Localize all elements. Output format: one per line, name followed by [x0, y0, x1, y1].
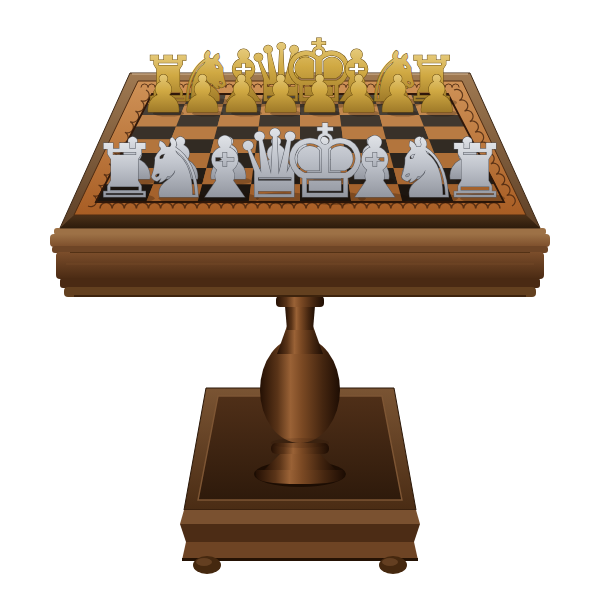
pieces-layer: ♜♞♝♛♚♝♞♜♟♟♟♟♟♟♟♟♟♟♟♟♟♟♟♟♜♞♝♛♚♝♞♜	[91, 21, 508, 221]
chess-table-scene: ♜♞♝♛♚♝♞♜♟♟♟♟♟♟♟♟♟♟♟♟♟♟♟♟♜♞♝♛♚♝♞♜	[0, 0, 600, 600]
piece-black-pawn-h7: ♟	[414, 64, 460, 124]
table-apron	[50, 228, 550, 297]
chess-table-photo: ♜♞♝♛♚♝♞♜♟♟♟♟♟♟♟♟♟♟♟♟♟♟♟♟♜♞♝♛♚♝♞♜	[0, 0, 600, 600]
piece-white-rook-h1: ♜	[442, 128, 509, 215]
